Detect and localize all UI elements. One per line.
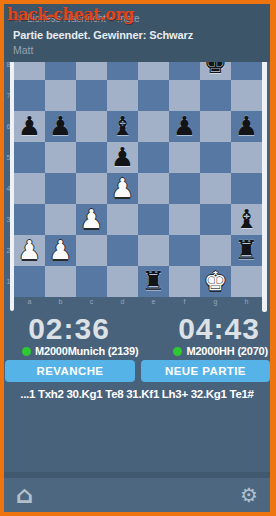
board-left-edge-strip — [10, 49, 14, 311]
square-g4[interactable] — [200, 173, 231, 204]
black-pawn-a6[interactable]: ♟ — [14, 111, 45, 142]
file-label-h: h — [231, 298, 262, 305]
black-pawn-h6[interactable]: ♟ — [231, 111, 262, 142]
square-c4[interactable] — [76, 173, 107, 204]
square-g2[interactable] — [200, 235, 231, 266]
square-e5[interactable] — [138, 142, 169, 173]
square-b1[interactable] — [45, 266, 76, 297]
square-c5[interactable] — [76, 142, 107, 173]
white-pawn-a2[interactable]: ♟ — [14, 235, 45, 266]
bottom-nav-bar: ⌂ ⚙ — [4, 478, 270, 512]
square-g6[interactable] — [200, 111, 231, 142]
home-icon[interactable]: ⌂ — [16, 483, 33, 507]
square-c6[interactable] — [76, 111, 107, 142]
square-f2[interactable] — [169, 235, 200, 266]
square-h3[interactable]: ♝ — [231, 204, 262, 235]
notification-subtitle: Matt — [13, 44, 270, 56]
square-d3[interactable] — [107, 204, 138, 235]
left-player-row: M2000Munich (2139) — [22, 345, 138, 357]
file-label-a: a — [14, 298, 45, 305]
file-label-d: d — [107, 298, 138, 305]
settings-gear-icon[interactable]: ⚙ — [240, 485, 258, 505]
file-label-b: b — [45, 298, 76, 305]
square-b5[interactable] — [45, 142, 76, 173]
black-rook-e1[interactable]: ♜ — [138, 266, 169, 297]
notification-header: ☆ Lichess Nachricht • mate — [13, 12, 270, 25]
square-e7[interactable] — [138, 80, 169, 111]
right-player-row: M2000HH (2070) — [173, 345, 268, 357]
square-b6[interactable]: ♟ — [45, 111, 76, 142]
square-e1[interactable]: ♜ — [138, 266, 169, 297]
notification-app-icon: ☆ — [13, 12, 23, 25]
square-g1[interactable]: ♚ — [200, 266, 231, 297]
square-d2[interactable] — [107, 235, 138, 266]
square-e2[interactable] — [138, 235, 169, 266]
square-c1[interactable] — [76, 266, 107, 297]
file-label-e: e — [138, 298, 169, 305]
black-rook-h2[interactable]: ♜ — [231, 235, 262, 266]
square-h2[interactable]: ♜ — [231, 235, 262, 266]
left-player-online-dot — [22, 347, 31, 356]
white-pawn-d4[interactable]: ♟ — [107, 173, 138, 204]
square-f4[interactable] — [169, 173, 200, 204]
square-b7[interactable] — [45, 80, 76, 111]
move-list[interactable]: ...1 Txh2 30.Kg1 Te8 31.Kf1 Lh3+ 32.Kg1 … — [4, 388, 270, 400]
square-b2[interactable]: ♟ — [45, 235, 76, 266]
square-h5[interactable] — [231, 142, 262, 173]
notification-app-name: Lichess Nachricht — [27, 13, 106, 24]
black-pawn-d5[interactable]: ♟ — [107, 142, 138, 173]
notification-separator: • — [110, 13, 114, 24]
square-f5[interactable] — [169, 142, 200, 173]
white-pawn-b2[interactable]: ♟ — [45, 235, 76, 266]
black-pawn-b6[interactable]: ♟ — [45, 111, 76, 142]
notification-banner[interactable]: ☆ Lichess Nachricht • mate Partie beende… — [4, 4, 270, 62]
square-d7[interactable] — [107, 80, 138, 111]
square-g3[interactable] — [200, 204, 231, 235]
square-h7[interactable] — [231, 80, 262, 111]
rematch-button[interactable]: REVANCHE — [5, 360, 135, 382]
left-player-name: M2000Munich (2139) — [35, 345, 138, 357]
chess-board[interactable]: ♚♟♟♝♟♟♟♟♟♝♟♟♜♜♚ — [14, 49, 262, 297]
square-c7[interactable] — [76, 80, 107, 111]
black-bishop-d6[interactable]: ♝ — [107, 111, 138, 142]
square-a5[interactable] — [14, 142, 45, 173]
square-d4[interactable]: ♟ — [107, 173, 138, 204]
square-h4[interactable] — [231, 173, 262, 204]
right-player-online-dot — [173, 347, 182, 356]
square-a3[interactable] — [14, 204, 45, 235]
left-player-clock: 02:36 — [8, 312, 130, 346]
square-f3[interactable] — [169, 204, 200, 235]
square-f6[interactable]: ♟ — [169, 111, 200, 142]
square-a4[interactable] — [14, 173, 45, 204]
square-g7[interactable] — [200, 80, 231, 111]
square-e3[interactable] — [138, 204, 169, 235]
square-a2[interactable]: ♟ — [14, 235, 45, 266]
black-pawn-f6[interactable]: ♟ — [169, 111, 200, 142]
notification-title: Partie beendet. Gewinner: Schwarz — [13, 29, 270, 41]
black-bishop-h3[interactable]: ♝ — [231, 204, 262, 235]
square-b3[interactable] — [45, 204, 76, 235]
square-d1[interactable] — [107, 266, 138, 297]
square-a7[interactable] — [14, 80, 45, 111]
file-label-f: f — [169, 298, 200, 305]
square-e6[interactable] — [138, 111, 169, 142]
square-h1[interactable] — [231, 266, 262, 297]
square-e4[interactable] — [138, 173, 169, 204]
square-d5[interactable]: ♟ — [107, 142, 138, 173]
file-label-g: g — [200, 298, 231, 305]
notification-context: mate — [117, 13, 139, 24]
right-player-clock: 04:43 — [168, 312, 270, 346]
square-g5[interactable] — [200, 142, 231, 173]
square-h6[interactable]: ♟ — [231, 111, 262, 142]
square-c3[interactable]: ♟ — [76, 204, 107, 235]
square-f1[interactable] — [169, 266, 200, 297]
file-labels: abcdefgh — [14, 298, 262, 305]
square-a6[interactable]: ♟ — [14, 111, 45, 142]
square-d6[interactable]: ♝ — [107, 111, 138, 142]
square-a1[interactable] — [14, 266, 45, 297]
white-pawn-c3[interactable]: ♟ — [76, 204, 107, 235]
app-screen: hack-cheat.org ☆ Lichess Nachricht • mat… — [0, 0, 276, 516]
square-c2[interactable] — [76, 235, 107, 266]
right-player-name: M2000HH (2070) — [186, 345, 268, 357]
square-f7[interactable] — [169, 80, 200, 111]
square-b4[interactable] — [45, 173, 76, 204]
white-king-g1[interactable]: ♚ — [200, 266, 231, 297]
new-game-button[interactable]: NEUE PARTIE — [141, 360, 270, 382]
board-scrollbar-strip[interactable] — [262, 49, 267, 312]
file-label-c: c — [76, 298, 107, 305]
